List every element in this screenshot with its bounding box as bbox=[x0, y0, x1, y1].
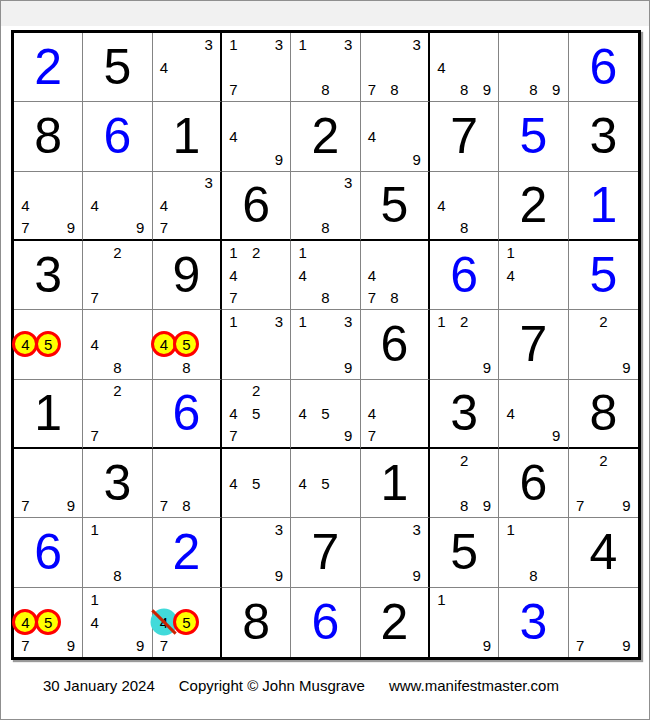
candidate-slot-7: 7 bbox=[83, 287, 106, 310]
cell-r4c8[interactable]: 14 bbox=[499, 241, 568, 310]
candidate-slot-1 bbox=[361, 102, 383, 125]
candidate-grid: 458 bbox=[153, 310, 220, 378]
candidate-slot-7 bbox=[14, 356, 37, 379]
cell-r1c9[interactable]: 6 bbox=[569, 33, 638, 102]
cell-r3c3[interactable]: 347 bbox=[153, 172, 222, 241]
candidate-slot-7: 7 bbox=[222, 287, 245, 310]
footer: 30 January 2024Copyright © John Musgrave… bbox=[43, 677, 559, 694]
cell-r2c5[interactable]: 2 bbox=[291, 102, 360, 171]
cell-r3c2[interactable]: 49 bbox=[83, 172, 152, 241]
candidate-slot-6 bbox=[60, 611, 83, 634]
cell-r4c9[interactable]: 5 bbox=[569, 241, 638, 310]
candidate-slot-2 bbox=[314, 241, 337, 264]
cell-r5c5[interactable]: 139 bbox=[291, 310, 360, 379]
candidate-digit-8: 8 bbox=[182, 497, 190, 514]
candidate-slot-2 bbox=[106, 518, 129, 541]
candidate-slot-1 bbox=[153, 310, 175, 333]
candidate-slot-6 bbox=[476, 611, 499, 634]
candidate-slot-3 bbox=[129, 518, 152, 541]
candidate-slot-2 bbox=[383, 241, 405, 264]
cell-r1c1[interactable]: 2 bbox=[14, 33, 83, 102]
candidate-digit-9: 9 bbox=[552, 427, 560, 444]
candidate-slot-3: 3 bbox=[337, 310, 360, 333]
candidate-slot-2 bbox=[453, 588, 476, 611]
candidate-slot-9 bbox=[129, 564, 152, 587]
cell-r1c6[interactable]: 378 bbox=[361, 33, 430, 102]
cell-r7c4[interactable]: 45 bbox=[222, 449, 291, 518]
candidate-slot-5 bbox=[383, 56, 405, 79]
cell-r6c8[interactable]: 49 bbox=[499, 380, 568, 449]
candidate-slot-4: 4 bbox=[222, 125, 245, 148]
candidate-slot-6 bbox=[476, 56, 499, 79]
candidate-slot-4 bbox=[430, 333, 453, 356]
cell-r5c2[interactable]: 48 bbox=[83, 310, 152, 379]
candidate-digit-4: 4 bbox=[368, 405, 376, 422]
cell-r9c2[interactable]: 149 bbox=[83, 588, 152, 657]
candidate-slot-1: 1 bbox=[430, 588, 453, 611]
cell-r1c2[interactable]: 5 bbox=[83, 33, 152, 102]
cell-r6c7[interactable]: 3 bbox=[430, 380, 499, 449]
cell-r9c3[interactable]: 457 bbox=[153, 588, 222, 657]
cell-r3c6[interactable]: 5 bbox=[361, 172, 430, 241]
candidate-slot-6 bbox=[337, 194, 360, 216]
candidate-slot-2 bbox=[245, 33, 268, 56]
cell-r9c7[interactable]: 19 bbox=[430, 588, 499, 657]
cell-r9c1[interactable]: 4579 bbox=[14, 588, 83, 657]
cell-value: 2 bbox=[34, 42, 62, 92]
candidate-digit-7: 7 bbox=[21, 219, 29, 236]
candidate-digit-4: 4 bbox=[160, 197, 168, 214]
cell-r2c8[interactable]: 5 bbox=[499, 102, 568, 171]
cell-r9c6[interactable]: 2 bbox=[361, 588, 430, 657]
candidate-slot-6 bbox=[129, 194, 152, 216]
candidate-slot-9 bbox=[268, 495, 291, 518]
cell-r9c5[interactable]: 6 bbox=[291, 588, 360, 657]
cell-value: 1 bbox=[172, 111, 200, 161]
candidate-slot-8 bbox=[37, 217, 60, 239]
candidate-slot-9: 9 bbox=[476, 495, 499, 518]
candidate-digit-2: 2 bbox=[460, 313, 468, 330]
candidate-slot-8 bbox=[383, 425, 405, 447]
candidate-slot-2 bbox=[245, 310, 268, 333]
candidate-slot-7 bbox=[83, 564, 106, 587]
cell-r2c7[interactable]: 7 bbox=[430, 102, 499, 171]
candidate-slot-7 bbox=[430, 79, 453, 102]
cell-r8c7[interactable]: 5 bbox=[430, 518, 499, 587]
candidate-digit-9: 9 bbox=[344, 427, 352, 444]
candidate-digit-7: 7 bbox=[160, 219, 168, 236]
candidate-digit-9: 9 bbox=[413, 567, 421, 584]
candidate-slot-2 bbox=[245, 518, 268, 541]
candidate-slot-6 bbox=[198, 333, 220, 356]
cell-r6c6[interactable]: 47 bbox=[361, 380, 430, 449]
candidate-digit-9: 9 bbox=[67, 497, 75, 514]
cell-r5c9[interactable]: 29 bbox=[569, 310, 638, 379]
cell-r6c9[interactable]: 8 bbox=[569, 380, 638, 449]
cell-r2c4[interactable]: 49 bbox=[222, 102, 291, 171]
cell-r8c3[interactable]: 2 bbox=[153, 518, 222, 587]
cell-r4c3[interactable]: 9 bbox=[153, 241, 222, 310]
candidate-slot-5: 5 bbox=[245, 472, 268, 495]
candidate-slot-4: 4 bbox=[430, 194, 453, 216]
candidate-slot-6 bbox=[337, 402, 360, 424]
candidate-digit-5: 5 bbox=[252, 405, 260, 422]
candidate-digit-7: 7 bbox=[368, 81, 376, 98]
candidate-slot-6 bbox=[198, 56, 220, 79]
cell-r3c9[interactable]: 1 bbox=[569, 172, 638, 241]
candidate-slot-2 bbox=[37, 310, 60, 333]
candidate-slot-5 bbox=[175, 56, 197, 79]
candidate-slot-9 bbox=[60, 356, 83, 379]
candidate-slot-5: 5 bbox=[175, 333, 197, 356]
candidate-slot-3 bbox=[476, 588, 499, 611]
candidate-digit-4: 4 bbox=[21, 336, 29, 353]
cell-r3c8[interactable]: 2 bbox=[499, 172, 568, 241]
candidate-slot-8: 8 bbox=[175, 356, 197, 379]
candidate-slot-3 bbox=[60, 588, 83, 611]
cell-r2c2[interactable]: 6 bbox=[83, 102, 152, 171]
cell-value: 5 bbox=[589, 250, 617, 300]
candidate-slot-9: 9 bbox=[406, 148, 428, 171]
candidate-slot-3 bbox=[60, 449, 83, 472]
candidate-slot-8 bbox=[175, 217, 197, 239]
candidate-slot-1 bbox=[361, 33, 383, 56]
candidate-slot-4: 4 bbox=[291, 402, 314, 424]
candidate-digit-4: 4 bbox=[299, 267, 307, 284]
candidate-slot-1: 1 bbox=[499, 518, 522, 541]
candidate-digit-3: 3 bbox=[344, 36, 352, 53]
cell-r7c9[interactable]: 279 bbox=[569, 449, 638, 518]
cell-r7c8[interactable]: 6 bbox=[499, 449, 568, 518]
candidate-slot-6 bbox=[129, 333, 152, 356]
candidate-slot-3 bbox=[268, 449, 291, 472]
candidate-slot-3 bbox=[615, 449, 638, 472]
cell-r6c3[interactable]: 6 bbox=[153, 380, 222, 449]
candidate-slot-9 bbox=[129, 425, 152, 447]
candidate-slot-9 bbox=[337, 495, 360, 518]
candidate-digit-8: 8 bbox=[321, 289, 329, 306]
candidate-digit-1: 1 bbox=[507, 244, 515, 261]
candidate-slot-3: 3 bbox=[198, 33, 220, 56]
candidate-digit-8: 8 bbox=[529, 81, 537, 98]
cell-r8c6[interactable]: 39 bbox=[361, 518, 430, 587]
candidate-digit-3: 3 bbox=[275, 521, 283, 538]
candidate-slot-9: 9 bbox=[337, 425, 360, 447]
candidate-digit-7: 7 bbox=[21, 497, 29, 514]
candidate-digit-1: 1 bbox=[229, 244, 237, 261]
candidate-slot-8 bbox=[245, 287, 268, 310]
candidate-digit-8: 8 bbox=[321, 81, 329, 98]
candidate-slot-1: 1 bbox=[222, 310, 245, 333]
candidate-slot-8 bbox=[453, 356, 476, 379]
candidate-slot-2 bbox=[175, 33, 197, 56]
cell-r3c4[interactable]: 6 bbox=[222, 172, 291, 241]
candidate-slot-1: 1 bbox=[222, 33, 245, 56]
candidate-slot-4 bbox=[291, 56, 314, 79]
cell-r8c4[interactable]: 39 bbox=[222, 518, 291, 587]
cell-r2c9[interactable]: 3 bbox=[569, 102, 638, 171]
candidate-grid: 49 bbox=[361, 102, 428, 170]
candidate-slot-1: 1 bbox=[499, 241, 522, 264]
candidate-grid: 45 bbox=[222, 449, 290, 517]
candidate-slot-1 bbox=[83, 310, 106, 333]
cell-r6c5[interactable]: 459 bbox=[291, 380, 360, 449]
cell-r7c5[interactable]: 45 bbox=[291, 449, 360, 518]
candidate-slot-2 bbox=[245, 449, 268, 472]
candidate-slot-7: 7 bbox=[14, 217, 37, 239]
candidate-slot-9: 9 bbox=[129, 634, 152, 657]
candidate-grid: 148 bbox=[291, 241, 359, 309]
cell-r4c6[interactable]: 478 bbox=[361, 241, 430, 310]
cell-r5c4[interactable]: 13 bbox=[222, 310, 291, 379]
cell-r9c4[interactable]: 8 bbox=[222, 588, 291, 657]
cell-r1c7[interactable]: 489 bbox=[430, 33, 499, 102]
cell-value: 6 bbox=[312, 597, 340, 647]
candidate-slot-5 bbox=[245, 56, 268, 79]
candidate-slot-3 bbox=[406, 102, 428, 125]
candidate-digit-1: 1 bbox=[437, 313, 445, 330]
candidate-slot-5 bbox=[383, 402, 405, 424]
cell-r9c8[interactable]: 3 bbox=[499, 588, 568, 657]
candidate-slot-6 bbox=[198, 472, 220, 495]
cell-r6c2[interactable]: 27 bbox=[83, 380, 152, 449]
cell-value: 2 bbox=[520, 180, 548, 230]
cell-r8c9[interactable]: 4 bbox=[569, 518, 638, 587]
cell-r7c6[interactable]: 1 bbox=[361, 449, 430, 518]
candidate-slot-9 bbox=[129, 287, 152, 310]
candidate-slot-5 bbox=[592, 472, 615, 495]
cell-value: 3 bbox=[34, 250, 62, 300]
candidate-digit-9: 9 bbox=[622, 637, 630, 654]
candidate-slot-6 bbox=[476, 472, 499, 495]
candidate-grid: 27 bbox=[83, 241, 151, 309]
cell-r7c3[interactable]: 78 bbox=[153, 449, 222, 518]
candidate-slot-6 bbox=[406, 125, 428, 148]
candidate-slot-1 bbox=[14, 449, 37, 472]
candidate-grid: 38 bbox=[291, 172, 359, 239]
candidate-slot-7 bbox=[569, 356, 592, 379]
candidate-slot-7 bbox=[291, 79, 314, 102]
candidate-digit-3: 3 bbox=[344, 174, 352, 191]
candidate-grid: 49 bbox=[499, 380, 567, 447]
candidate-slot-9 bbox=[198, 356, 220, 379]
candidate-slot-7: 7 bbox=[153, 495, 175, 518]
cell-r8c8[interactable]: 18 bbox=[499, 518, 568, 587]
candidate-slot-4 bbox=[569, 472, 592, 495]
candidate-slot-6 bbox=[406, 541, 428, 564]
cell-r1c5[interactable]: 138 bbox=[291, 33, 360, 102]
candidate-slot-4 bbox=[222, 333, 245, 356]
candidate-digit-8: 8 bbox=[460, 81, 468, 98]
candidate-slot-7 bbox=[499, 287, 522, 310]
candidate-slot-4 bbox=[291, 333, 314, 356]
candidate-digit-9: 9 bbox=[136, 637, 144, 654]
candidate-slot-9 bbox=[337, 217, 360, 239]
cell-r7c1[interactable]: 79 bbox=[14, 449, 83, 518]
candidate-slot-9: 9 bbox=[406, 564, 428, 587]
cell-r4c1[interactable]: 3 bbox=[14, 241, 83, 310]
candidate-slot-3 bbox=[60, 172, 83, 194]
candidate-digit-4: 4 bbox=[229, 128, 237, 145]
candidate-digit-5: 5 bbox=[44, 336, 52, 353]
candidate-slot-9 bbox=[268, 356, 291, 379]
candidate-slot-9: 9 bbox=[60, 495, 83, 518]
cell-value: 2 bbox=[380, 597, 408, 647]
candidate-slot-1 bbox=[14, 588, 37, 611]
candidate-digit-9: 9 bbox=[344, 359, 352, 376]
cell-r3c7[interactable]: 48 bbox=[430, 172, 499, 241]
cell-r6c1[interactable]: 1 bbox=[14, 380, 83, 449]
cell-r8c2[interactable]: 18 bbox=[83, 518, 152, 587]
candidate-slot-4 bbox=[499, 56, 522, 79]
candidate-slot-8: 8 bbox=[522, 79, 545, 102]
candidate-slot-9 bbox=[476, 217, 499, 239]
candidate-slot-3 bbox=[129, 380, 152, 402]
candidate-slot-8: 8 bbox=[383, 287, 405, 310]
candidate-digit-3: 3 bbox=[413, 36, 421, 53]
candidate-slot-5 bbox=[245, 541, 268, 564]
cell-r8c1[interactable]: 6 bbox=[14, 518, 83, 587]
cell-r2c6[interactable]: 49 bbox=[361, 102, 430, 171]
candidate-digit-7: 7 bbox=[229, 427, 237, 444]
candidate-digit-7: 7 bbox=[21, 637, 29, 654]
candidate-slot-7 bbox=[83, 634, 106, 657]
cell-r5c6[interactable]: 6 bbox=[361, 310, 430, 379]
candidate-slot-2 bbox=[175, 588, 197, 611]
candidate-slot-9: 9 bbox=[337, 356, 360, 379]
candidate-slot-1 bbox=[222, 380, 245, 402]
cell-r4c2[interactable]: 27 bbox=[83, 241, 152, 310]
candidate-slot-3: 3 bbox=[406, 33, 428, 56]
candidate-slot-6 bbox=[129, 264, 152, 287]
candidate-slot-4 bbox=[83, 264, 106, 287]
candidate-digit-2: 2 bbox=[460, 452, 468, 469]
cell-r5c1[interactable]: 45 bbox=[14, 310, 83, 379]
candidate-slot-5 bbox=[175, 472, 197, 495]
cell-r5c7[interactable]: 129 bbox=[430, 310, 499, 379]
candidate-slot-5 bbox=[522, 56, 545, 79]
candidate-slot-2 bbox=[175, 172, 197, 194]
cell-value: 6 bbox=[104, 111, 132, 161]
candidate-slot-5 bbox=[314, 194, 337, 216]
candidate-digit-4: 4 bbox=[229, 267, 237, 284]
cell-value: 6 bbox=[450, 250, 478, 300]
candidate-slot-4 bbox=[222, 541, 245, 564]
candidate-slot-5 bbox=[383, 125, 405, 148]
cell-r6c4[interactable]: 2457 bbox=[222, 380, 291, 449]
cell-value: 5 bbox=[104, 42, 132, 92]
candidate-slot-5 bbox=[37, 194, 60, 216]
candidate-grid: 129 bbox=[430, 310, 498, 378]
candidate-slot-2 bbox=[37, 588, 60, 611]
candidate-slot-3: 3 bbox=[268, 310, 291, 333]
candidate-slot-3: 3 bbox=[337, 172, 360, 194]
candidate-slot-5 bbox=[314, 264, 337, 287]
cell-r2c3[interactable]: 1 bbox=[153, 102, 222, 171]
cell-r7c7[interactable]: 289 bbox=[430, 449, 499, 518]
candidate-slot-8 bbox=[453, 634, 476, 657]
cell-r1c3[interactable]: 34 bbox=[153, 33, 222, 102]
candidate-slot-6 bbox=[545, 541, 568, 564]
candidate-slot-8 bbox=[592, 356, 615, 379]
candidate-slot-4 bbox=[14, 472, 37, 495]
cell-r8c5[interactable]: 7 bbox=[291, 518, 360, 587]
candidate-slot-2 bbox=[314, 33, 337, 56]
candidate-digit-4: 4 bbox=[368, 267, 376, 284]
candidate-slot-9: 9 bbox=[60, 634, 83, 657]
candidate-grid: 45 bbox=[291, 449, 359, 517]
cell-r1c4[interactable]: 137 bbox=[222, 33, 291, 102]
candidate-slot-8 bbox=[592, 495, 615, 518]
cell-value: 7 bbox=[520, 319, 548, 369]
candidate-grid: 14 bbox=[499, 241, 567, 309]
candidate-slot-8: 8 bbox=[106, 356, 129, 379]
candidate-slot-9: 9 bbox=[615, 356, 638, 379]
cell-r9c9[interactable]: 79 bbox=[569, 588, 638, 657]
candidate-slot-6 bbox=[337, 264, 360, 287]
cell-value: 4 bbox=[589, 527, 617, 577]
candidate-slot-8 bbox=[245, 148, 268, 171]
cell-r4c4[interactable]: 1247 bbox=[222, 241, 291, 310]
cell-r1c8[interactable]: 89 bbox=[499, 33, 568, 102]
candidate-grid: 137 bbox=[222, 33, 290, 101]
cell-r7c2[interactable]: 3 bbox=[83, 449, 152, 518]
cell-value: 6 bbox=[589, 42, 617, 92]
candidate-slot-4 bbox=[153, 472, 175, 495]
candidate-slot-8: 8 bbox=[383, 79, 405, 102]
cell-r3c5[interactable]: 38 bbox=[291, 172, 360, 241]
candidate-slot-4 bbox=[361, 56, 383, 79]
cell-r3c1[interactable]: 479 bbox=[14, 172, 83, 241]
candidate-slot-2 bbox=[522, 518, 545, 541]
candidate-slot-2 bbox=[175, 310, 197, 333]
candidate-slot-3 bbox=[476, 172, 499, 194]
candidate-slot-3 bbox=[60, 310, 83, 333]
cell-r5c3[interactable]: 458 bbox=[153, 310, 222, 379]
candidate-slot-2: 2 bbox=[453, 310, 476, 333]
cell-r5c8[interactable]: 7 bbox=[499, 310, 568, 379]
candidate-digit-4: 4 bbox=[299, 405, 307, 422]
candidate-slot-6 bbox=[615, 472, 638, 495]
candidate-digit-2: 2 bbox=[113, 382, 121, 399]
candidate-grid: 479 bbox=[14, 172, 82, 239]
candidate-slot-5 bbox=[592, 333, 615, 356]
candidate-slot-2 bbox=[522, 241, 545, 264]
cell-r2c1[interactable]: 8 bbox=[14, 102, 83, 171]
cell-r4c5[interactable]: 148 bbox=[291, 241, 360, 310]
cell-value: 3 bbox=[104, 458, 132, 508]
candidate-grid: 1247 bbox=[222, 241, 290, 309]
candidate-digit-3: 3 bbox=[344, 313, 352, 330]
candidate-grid: 48 bbox=[430, 172, 498, 239]
candidate-digit-1: 1 bbox=[299, 313, 307, 330]
candidate-slot-3 bbox=[268, 380, 291, 402]
candidate-digit-9: 9 bbox=[552, 81, 560, 98]
candidate-grid: 39 bbox=[222, 518, 290, 586]
candidate-slot-8 bbox=[383, 148, 405, 171]
candidate-slot-5 bbox=[106, 194, 129, 216]
candidate-digit-3: 3 bbox=[275, 313, 283, 330]
candidate-slot-5: 5 bbox=[245, 402, 268, 424]
candidate-slot-8 bbox=[175, 79, 197, 102]
candidate-slot-2 bbox=[453, 172, 476, 194]
candidate-digit-4: 4 bbox=[21, 614, 29, 631]
candidate-digit-4: 4 bbox=[160, 59, 168, 76]
candidate-slot-5 bbox=[453, 333, 476, 356]
cell-value: 6 bbox=[520, 458, 548, 508]
cell-r4c7[interactable]: 6 bbox=[430, 241, 499, 310]
cell-value: 5 bbox=[380, 180, 408, 230]
